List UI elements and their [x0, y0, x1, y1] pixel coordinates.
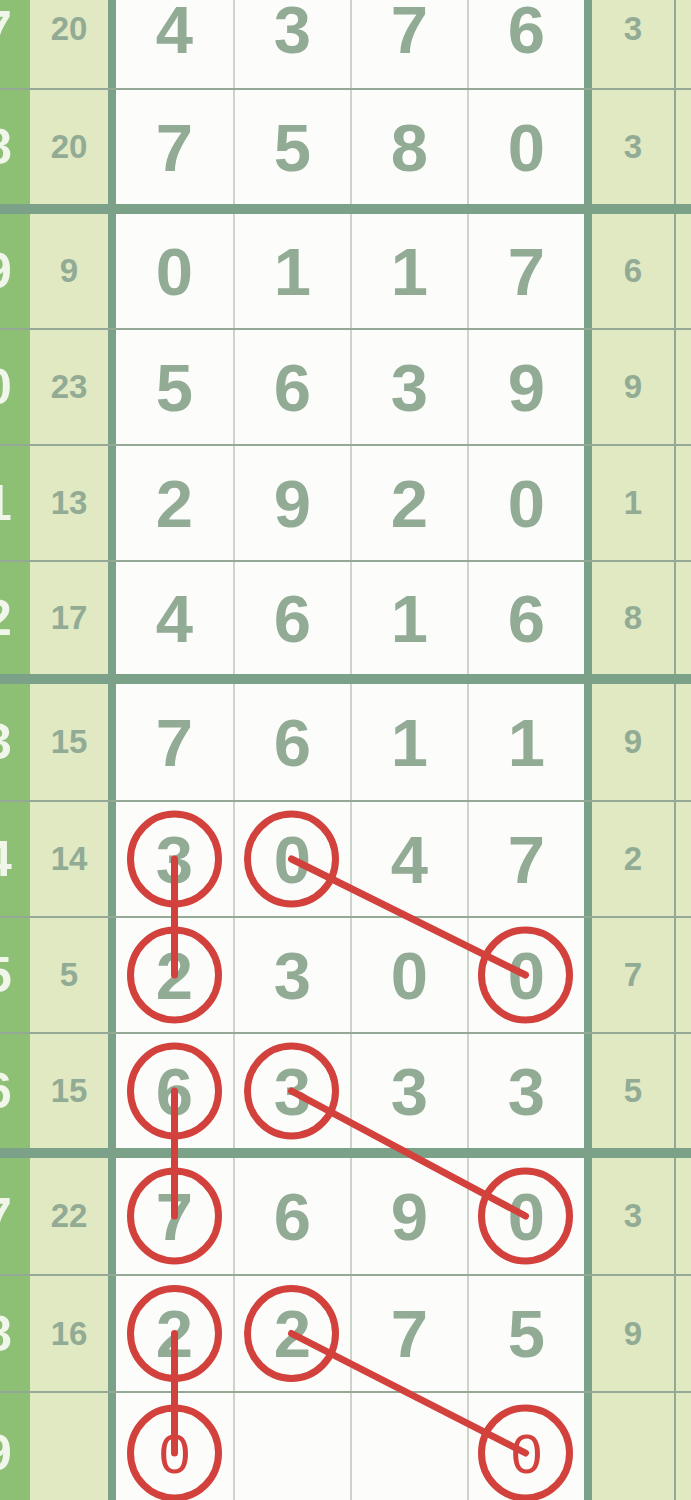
edge-cell	[676, 330, 691, 444]
vertical-border	[108, 330, 116, 444]
tail-cell: 9	[592, 330, 674, 444]
index-digit-sliver: 9	[0, 246, 12, 296]
index-digit-sliver: 9	[0, 1428, 12, 1478]
edge-cell	[676, 1034, 691, 1148]
edge-cell	[676, 802, 691, 916]
vertical-border	[108, 562, 116, 674]
digit-cell: 6	[467, 562, 584, 674]
vertical-border	[108, 1034, 116, 1148]
digit-cell: 1	[350, 562, 467, 674]
vertical-border	[584, 446, 592, 560]
index-cell: 7	[0, 1158, 30, 1274]
tail-cell: 1	[592, 446, 674, 560]
grid-row: 900	[0, 1393, 691, 1500]
digit-cell: 7	[467, 214, 584, 328]
digit-cell: 0	[116, 1393, 233, 1500]
sum-cell: 20	[30, 90, 108, 204]
digit-cell: 2	[116, 1276, 233, 1391]
digit-cell: 9	[350, 1158, 467, 1274]
tail-cell: 3	[592, 0, 674, 88]
digit-cell: 2	[116, 446, 233, 560]
index-digit-sliver: 6	[0, 1066, 12, 1116]
sum-cell: 14	[30, 802, 108, 916]
sum-cell: 13	[30, 446, 108, 560]
digit-cell: 0	[467, 446, 584, 560]
tail-cell: 9	[592, 1276, 674, 1391]
digit-cell: 3	[233, 1034, 350, 1148]
vertical-border	[584, 802, 592, 916]
digit-cell: 7	[350, 1276, 467, 1391]
index-digit-sliver: 5	[0, 950, 12, 1000]
digit-cell: 9	[233, 446, 350, 560]
vertical-border	[584, 684, 592, 800]
digit-cell: 7	[116, 90, 233, 204]
sum-cell: 5	[30, 918, 108, 1032]
edge-cell	[676, 1276, 691, 1391]
index-cell: 5	[0, 918, 30, 1032]
digit-cell: 4	[116, 562, 233, 674]
index-cell: 9	[0, 214, 30, 328]
index-cell: 4	[0, 802, 30, 916]
vertical-border	[108, 90, 116, 204]
vertical-border	[584, 214, 592, 328]
vertical-border	[584, 1158, 592, 1274]
tail-cell: 6	[592, 214, 674, 328]
group-separator	[0, 674, 691, 684]
grid-row: 41430472	[0, 802, 691, 916]
sum-cell: 17	[30, 562, 108, 674]
digit-cell: 1	[467, 684, 584, 800]
index-digit-sliver: 4	[0, 834, 12, 884]
digit-cell: 8	[350, 90, 467, 204]
index-digit-sliver: 8	[0, 1309, 12, 1359]
tail-cell: 7	[592, 918, 674, 1032]
digit-cell: 7	[350, 0, 467, 88]
digit-cell: 9	[467, 330, 584, 444]
index-digit-sliver: 3	[0, 717, 12, 767]
index-cell: 8	[0, 1276, 30, 1391]
digit-cell	[233, 1393, 350, 1500]
digit-cell: 6	[233, 684, 350, 800]
digit-cell: 0	[350, 918, 467, 1032]
index-cell: 0	[0, 330, 30, 444]
grid-row: 82075803	[0, 90, 691, 204]
digit-cell: 0	[116, 214, 233, 328]
vertical-border	[108, 918, 116, 1032]
tail-cell	[592, 1393, 674, 1500]
grid-row: 9901176	[0, 214, 691, 328]
tail-cell: 8	[592, 562, 674, 674]
digit-cell: 1	[233, 214, 350, 328]
group-separator	[0, 204, 691, 214]
group-separator	[0, 1148, 691, 1158]
vertical-border	[584, 562, 592, 674]
index-cell: 2	[0, 562, 30, 674]
digit-cell: 5	[233, 90, 350, 204]
digit-cell: 1	[350, 684, 467, 800]
tail-cell: 5	[592, 1034, 674, 1148]
digit-cell: 0	[467, 918, 584, 1032]
grid-row: 61563335	[0, 1034, 691, 1148]
digit-cell: 2	[233, 1276, 350, 1391]
digit-cell: 3	[116, 802, 233, 916]
vertical-border	[584, 90, 592, 204]
grid-row: 72043763	[0, 0, 691, 88]
digit-cell: 5	[116, 330, 233, 444]
vertical-border	[584, 918, 592, 1032]
edge-cell	[676, 90, 691, 204]
digit-cell: 6	[116, 1034, 233, 1148]
sum-cell: 15	[30, 1034, 108, 1148]
grid-row: 5523007	[0, 918, 691, 1032]
index-digit-sliver: 0	[0, 362, 12, 412]
vertical-border	[584, 330, 592, 444]
tail-cell: 3	[592, 90, 674, 204]
vertical-border	[584, 0, 592, 88]
vertical-border	[108, 0, 116, 88]
index-digit-sliver: 7	[0, 4, 12, 54]
digit-cell: 4	[116, 0, 233, 88]
grid-row: 72276903	[0, 1158, 691, 1274]
vertical-border	[584, 1276, 592, 1391]
sum-cell: 9	[30, 214, 108, 328]
edge-cell	[676, 1393, 691, 1500]
vertical-border	[584, 1034, 592, 1148]
vertical-border	[108, 214, 116, 328]
grid-row: 21746168	[0, 562, 691, 674]
edge-cell	[676, 446, 691, 560]
sum-cell: 16	[30, 1276, 108, 1391]
index-cell: 1	[0, 446, 30, 560]
digit-cell	[350, 1393, 467, 1500]
digit-cell: 4	[350, 802, 467, 916]
sum-cell: 15	[30, 684, 108, 800]
vertical-border	[108, 446, 116, 560]
index-cell: 9	[0, 1393, 30, 1500]
digit-cell: 2	[116, 918, 233, 1032]
edge-cell	[676, 562, 691, 674]
vertical-border	[108, 1276, 116, 1391]
index-cell: 7	[0, 0, 30, 88]
tail-cell: 2	[592, 802, 674, 916]
digit-cell: 0	[467, 1158, 584, 1274]
index-cell: 6	[0, 1034, 30, 1148]
edge-cell	[676, 918, 691, 1032]
edge-cell	[676, 214, 691, 328]
vertical-border	[108, 1393, 116, 1500]
grid-row: 31576119	[0, 684, 691, 800]
digit-cell: 3	[467, 1034, 584, 1148]
index-cell: 8	[0, 90, 30, 204]
digit-cell: 3	[233, 918, 350, 1032]
digit-cell: 3	[233, 0, 350, 88]
vertical-border	[584, 1393, 592, 1500]
digit-cell: 6	[233, 562, 350, 674]
sum-cell	[30, 1393, 108, 1500]
digit-cell: 6	[233, 1158, 350, 1274]
digit-cell: 1	[350, 214, 467, 328]
vertical-border	[108, 1158, 116, 1274]
sum-cell: 22	[30, 1158, 108, 1274]
digit-cell: 7	[116, 1158, 233, 1274]
index-digit-sliver: 2	[0, 593, 12, 643]
vertical-border	[108, 684, 116, 800]
index-cell: 3	[0, 684, 30, 800]
vertical-border	[108, 802, 116, 916]
grid-row: 81622759	[0, 1276, 691, 1391]
index-digit-sliver: 8	[0, 122, 12, 172]
digit-cell: 6	[467, 0, 584, 88]
digit-cell: 0	[467, 1393, 584, 1500]
grid-rows: 7204376382075803990117602356399113292012…	[0, 0, 691, 1500]
edge-cell	[676, 1158, 691, 1274]
edge-cell	[676, 684, 691, 800]
sum-cell: 23	[30, 330, 108, 444]
edge-cell	[676, 0, 691, 88]
index-digit-sliver: 1	[0, 478, 12, 528]
grid-row: 02356399	[0, 330, 691, 444]
digit-cell: 3	[350, 1034, 467, 1148]
digit-cell: 5	[467, 1276, 584, 1391]
tail-cell: 3	[592, 1158, 674, 1274]
digit-cell: 0	[467, 90, 584, 204]
grid-row: 11329201	[0, 446, 691, 560]
digit-cell: 7	[467, 802, 584, 916]
paito-board: 7204376382075803990117602356399113292012…	[0, 0, 691, 1500]
digit-cell: 3	[350, 330, 467, 444]
tail-cell: 9	[592, 684, 674, 800]
digit-cell: 6	[233, 330, 350, 444]
index-digit-sliver: 7	[0, 1191, 12, 1241]
digit-cell: 0	[233, 802, 350, 916]
digit-cell: 2	[350, 446, 467, 560]
digit-cell: 7	[116, 684, 233, 800]
sum-cell: 20	[30, 0, 108, 88]
